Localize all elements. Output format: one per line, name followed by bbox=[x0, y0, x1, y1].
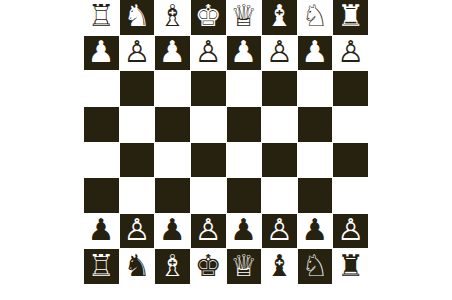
square-e7[interactable]: ♙ bbox=[191, 214, 226, 249]
piece-white-knight-g1: ♞ bbox=[123, 1, 150, 31]
piece-white-pawn-e2: ♙ bbox=[195, 37, 222, 67]
square-c5[interactable] bbox=[262, 143, 297, 178]
square-a3[interactable] bbox=[333, 71, 368, 106]
square-h2[interactable]: ♟ bbox=[84, 36, 119, 71]
square-c3[interactable] bbox=[262, 71, 297, 106]
square-a5[interactable] bbox=[333, 143, 368, 178]
square-e6[interactable] bbox=[191, 178, 226, 213]
square-b7[interactable]: ♟ bbox=[298, 214, 333, 249]
piece-black-bishop-c8: ♝ bbox=[266, 251, 293, 281]
square-h5[interactable] bbox=[84, 143, 119, 178]
square-b3[interactable] bbox=[298, 71, 333, 106]
square-h1[interactable]: ♖ bbox=[84, 0, 119, 35]
piece-black-pawn-c7: ♙ bbox=[266, 215, 293, 245]
square-h7[interactable]: ♟ bbox=[84, 214, 119, 249]
square-d3[interactable] bbox=[227, 71, 262, 106]
piece-black-pawn-a7: ♙ bbox=[337, 215, 364, 245]
piece-black-knight-g8: ♞ bbox=[123, 251, 150, 281]
square-b1[interactable]: ♘ bbox=[298, 0, 333, 35]
square-h4[interactable] bbox=[84, 107, 119, 142]
piece-black-pawn-f7: ♟ bbox=[159, 215, 186, 245]
square-c6[interactable] bbox=[262, 178, 297, 213]
square-h6[interactable] bbox=[84, 178, 119, 213]
square-d6[interactable] bbox=[227, 178, 262, 213]
chess-board: ♖♞♗♚♕♝♘♜♟♙♟♙♟♙♟♙♟♙♟♙♟♙♟♙♖♞♗♚♕♝♘♜ bbox=[84, 0, 368, 284]
piece-black-pawn-h7: ♟ bbox=[88, 215, 115, 245]
piece-white-bishop-f1: ♗ bbox=[159, 1, 186, 31]
square-d1[interactable]: ♕ bbox=[227, 0, 262, 35]
square-d5[interactable] bbox=[227, 143, 262, 178]
piece-white-pawn-b2: ♟ bbox=[302, 37, 329, 67]
square-a4[interactable] bbox=[333, 107, 368, 142]
piece-black-pawn-b7: ♟ bbox=[302, 215, 329, 245]
square-c2[interactable]: ♙ bbox=[262, 36, 297, 71]
piece-white-pawn-g2: ♙ bbox=[123, 37, 150, 67]
page: ♖♞♗♚♕♝♘♜♟♙♟♙♟♙♟♙♟♙♟♙♟♙♟♙♖♞♗♚♕♝♘♜ bbox=[0, 0, 452, 300]
piece-black-pawn-d7: ♟ bbox=[230, 215, 257, 245]
square-b4[interactable] bbox=[298, 107, 333, 142]
square-g2[interactable]: ♙ bbox=[120, 36, 155, 71]
square-d4[interactable] bbox=[227, 107, 262, 142]
square-d7[interactable]: ♟ bbox=[227, 214, 262, 249]
square-g6[interactable] bbox=[120, 178, 155, 213]
square-c7[interactable]: ♙ bbox=[262, 214, 297, 249]
square-f8[interactable]: ♗ bbox=[155, 249, 190, 284]
piece-black-king-e8: ♚ bbox=[195, 251, 222, 281]
piece-black-pawn-e7: ♙ bbox=[195, 215, 222, 245]
square-f5[interactable] bbox=[155, 143, 190, 178]
square-e2[interactable]: ♙ bbox=[191, 36, 226, 71]
square-h3[interactable] bbox=[84, 71, 119, 106]
square-g1[interactable]: ♞ bbox=[120, 0, 155, 35]
piece-white-pawn-f2: ♟ bbox=[159, 37, 186, 67]
square-b6[interactable] bbox=[298, 178, 333, 213]
piece-black-rook-a8: ♜ bbox=[337, 251, 364, 281]
square-c1[interactable]: ♝ bbox=[262, 0, 297, 35]
piece-white-rook-h1: ♖ bbox=[88, 1, 115, 31]
piece-black-rook-h8: ♖ bbox=[88, 251, 115, 281]
square-e5[interactable] bbox=[191, 143, 226, 178]
piece-white-pawn-h2: ♟ bbox=[88, 37, 115, 67]
square-g7[interactable]: ♙ bbox=[120, 214, 155, 249]
square-d2[interactable]: ♟ bbox=[227, 36, 262, 71]
square-c4[interactable] bbox=[262, 107, 297, 142]
square-a1[interactable]: ♜ bbox=[333, 0, 368, 35]
square-b5[interactable] bbox=[298, 143, 333, 178]
square-e1[interactable]: ♚ bbox=[191, 0, 226, 35]
piece-white-pawn-d2: ♟ bbox=[230, 37, 257, 67]
square-f1[interactable]: ♗ bbox=[155, 0, 190, 35]
square-e4[interactable] bbox=[191, 107, 226, 142]
piece-black-pawn-g7: ♙ bbox=[123, 215, 150, 245]
square-f3[interactable] bbox=[155, 71, 190, 106]
square-g5[interactable] bbox=[120, 143, 155, 178]
square-e3[interactable] bbox=[191, 71, 226, 106]
square-a2[interactable]: ♙ bbox=[333, 36, 368, 71]
square-f6[interactable] bbox=[155, 178, 190, 213]
square-f4[interactable] bbox=[155, 107, 190, 142]
piece-white-bishop-c1: ♝ bbox=[266, 1, 293, 31]
square-g8[interactable]: ♞ bbox=[120, 249, 155, 284]
piece-white-pawn-c2: ♙ bbox=[266, 37, 293, 67]
square-b8[interactable]: ♘ bbox=[298, 249, 333, 284]
square-a8[interactable]: ♜ bbox=[333, 249, 368, 284]
piece-white-queen-d1: ♕ bbox=[230, 1, 257, 31]
square-c8[interactable]: ♝ bbox=[262, 249, 297, 284]
square-f2[interactable]: ♟ bbox=[155, 36, 190, 71]
square-g4[interactable] bbox=[120, 107, 155, 142]
square-g3[interactable] bbox=[120, 71, 155, 106]
square-b2[interactable]: ♟ bbox=[298, 36, 333, 71]
square-e8[interactable]: ♚ bbox=[191, 249, 226, 284]
piece-white-rook-a1: ♜ bbox=[337, 1, 364, 31]
piece-black-knight-b8: ♘ bbox=[302, 251, 329, 281]
piece-black-bishop-f8: ♗ bbox=[159, 251, 186, 281]
square-d8[interactable]: ♕ bbox=[227, 249, 262, 284]
square-h8[interactable]: ♖ bbox=[84, 249, 119, 284]
square-a6[interactable] bbox=[333, 178, 368, 213]
square-f7[interactable]: ♟ bbox=[155, 214, 190, 249]
piece-white-pawn-a2: ♙ bbox=[337, 37, 364, 67]
piece-white-king-e1: ♚ bbox=[195, 1, 222, 31]
square-a7[interactable]: ♙ bbox=[333, 214, 368, 249]
piece-white-knight-b1: ♘ bbox=[302, 1, 329, 31]
piece-black-queen-d8: ♕ bbox=[230, 251, 257, 281]
